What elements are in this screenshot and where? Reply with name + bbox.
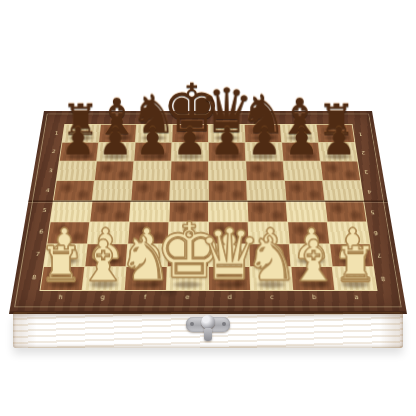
square-d1: ♛ — [209, 125, 245, 142]
piece-shadow — [255, 258, 286, 265]
file-label-e: e — [166, 291, 208, 304]
square-f1: ♞ — [136, 125, 172, 142]
file-label-h: h — [39, 291, 83, 304]
piece-shadow — [177, 135, 204, 140]
square-g2: ♟ — [97, 143, 135, 161]
square-c8: ♞ — [250, 267, 292, 290]
square-g7: ♟ — [85, 244, 127, 266]
square-d3 — [209, 162, 246, 181]
square-d7: ♟ — [209, 244, 249, 266]
square-g5 — [90, 201, 130, 221]
file-label-a: a — [335, 291, 379, 304]
square-a8: ♜ — [333, 267, 377, 290]
rank-label-8: 8 — [374, 266, 392, 290]
rank-label-5: 5 — [364, 201, 381, 222]
metal-latch — [182, 314, 234, 344]
square-d6 — [209, 222, 248, 243]
rank-label-7: 7 — [370, 244, 388, 267]
square-f4 — [131, 181, 170, 200]
square-c1: ♞ — [245, 125, 281, 142]
square-e7: ♟ — [168, 244, 208, 266]
file-label-c: c — [251, 291, 294, 304]
piece-shadow — [287, 154, 315, 160]
latch-screw-left — [190, 322, 194, 326]
piece-shadow — [103, 135, 131, 140]
piece-shadow — [213, 154, 241, 160]
square-a7: ♟ — [330, 244, 373, 266]
square-a6 — [328, 222, 370, 243]
piece-shadow — [249, 135, 276, 140]
square-e4 — [170, 181, 208, 200]
piece-shadow — [214, 258, 245, 265]
square-a2: ♟ — [319, 143, 357, 161]
piece-shadow — [102, 154, 130, 160]
square-g1: ♝ — [99, 125, 136, 142]
square-e3 — [171, 162, 208, 181]
latch-knob — [201, 315, 215, 329]
piece-shadow — [336, 258, 367, 265]
square-g8: ♝ — [83, 267, 126, 290]
square-d2: ♟ — [209, 143, 245, 161]
square-f6 — [128, 222, 168, 243]
square-h7: ♟ — [44, 244, 87, 266]
square-a3 — [321, 162, 360, 181]
square-e5 — [169, 201, 208, 221]
latch-tongue — [204, 328, 212, 341]
square-e2: ♟ — [172, 143, 208, 161]
square-e6 — [169, 222, 208, 243]
file-label-g: g — [81, 291, 124, 304]
square-h3 — [57, 162, 96, 181]
piece-shadow — [176, 154, 204, 160]
rank-label-2: 2 — [355, 143, 371, 162]
square-e8: ♚ — [167, 267, 208, 290]
square-a5 — [325, 201, 366, 221]
piece-shadow — [173, 258, 204, 265]
square-f7: ♟ — [127, 244, 168, 266]
square-h1: ♜ — [62, 125, 100, 142]
square-c3 — [246, 162, 284, 181]
square-c5 — [248, 201, 287, 221]
square-b5 — [286, 201, 326, 221]
rank-label-4: 4 — [361, 181, 378, 201]
board-grid: ♜♝♞♚♛♞♝♜♟♟♟♟♟♟♟♟♟♟♟♟♟♟♟♟♜♝♞♚♛♞♝♜ — [39, 124, 377, 291]
piece-shadow — [250, 154, 278, 160]
file-labels-bottom: hgfedcba — [38, 291, 380, 304]
piece-shadow — [286, 135, 314, 140]
square-e1: ♚ — [172, 125, 208, 142]
square-g4 — [93, 181, 132, 200]
square-h5 — [51, 201, 92, 221]
square-d4 — [209, 181, 247, 200]
square-b8: ♝ — [291, 267, 334, 290]
square-h6 — [47, 222, 89, 243]
piece-shadow — [139, 154, 167, 160]
piece-shadow — [172, 281, 203, 288]
piece-shadow — [256, 281, 288, 288]
square-f2: ♟ — [134, 143, 171, 161]
square-c4 — [247, 181, 286, 200]
piece-shadow — [64, 154, 92, 160]
square-b3 — [284, 162, 323, 181]
piece-shadow — [46, 281, 78, 288]
file-label-d: d — [208, 291, 250, 304]
case-side-pine-edge — [13, 312, 403, 348]
square-f8: ♞ — [125, 267, 167, 290]
piece-shadow — [130, 281, 162, 288]
square-a4 — [323, 181, 363, 200]
square-b1: ♝ — [281, 125, 318, 142]
file-label-f: f — [124, 291, 167, 304]
square-b7: ♟ — [290, 244, 332, 266]
piece-shadow — [140, 135, 167, 140]
chess-board: 12345678 ♜♝♞♚♛♞♝♜♟♟♟♟♟♟♟♟♟♟♟♟♟♟♟♟♜♝♞♚♛♞♝… — [9, 111, 407, 314]
square-c2: ♟ — [245, 143, 282, 161]
piece-shadow — [214, 281, 245, 288]
square-b6 — [288, 222, 329, 243]
square-h8: ♜ — [41, 267, 85, 290]
square-c6 — [249, 222, 289, 243]
rank-label-1: 1 — [353, 125, 368, 143]
piece-shadow — [88, 281, 120, 288]
square-b4 — [285, 181, 324, 200]
square-a1: ♜ — [317, 125, 355, 142]
square-f3 — [133, 162, 171, 181]
square-g3 — [95, 162, 134, 181]
piece-shadow — [213, 135, 240, 140]
piece-shadow — [339, 281, 371, 288]
square-f5 — [130, 201, 169, 221]
file-label-b: b — [293, 291, 336, 304]
frame-top-band — [64, 117, 352, 124]
product-photo-scene: 12345678 ♜♝♞♚♛♞♝♜♟♟♟♟♟♟♟♟♟♟♟♟♟♟♟♟♜♝♞♚♛♞♝… — [0, 0, 416, 416]
rank-label-6: 6 — [367, 222, 384, 244]
piece-shadow — [67, 135, 95, 140]
piece-shadow — [90, 258, 121, 265]
square-h4 — [54, 181, 94, 200]
piece-shadow — [297, 281, 329, 288]
square-c7: ♟ — [249, 244, 290, 266]
board-tilt: 12345678 ♜♝♞♚♛♞♝♜♟♟♟♟♟♟♟♟♟♟♟♟♟♟♟♟♜♝♞♚♛♞♝… — [9, 111, 407, 314]
square-d5 — [209, 201, 248, 221]
square-d8: ♛ — [209, 267, 250, 290]
piece-shadow — [49, 258, 80, 265]
piece-shadow — [322, 135, 350, 140]
rank-label-3: 3 — [358, 161, 374, 180]
piece-shadow — [324, 154, 352, 160]
latch-screw-right — [222, 322, 226, 326]
square-b2: ♟ — [282, 143, 320, 161]
square-g6 — [88, 222, 129, 243]
piece-shadow — [131, 258, 162, 265]
square-h2: ♟ — [60, 143, 98, 161]
piece-shadow — [296, 258, 327, 265]
